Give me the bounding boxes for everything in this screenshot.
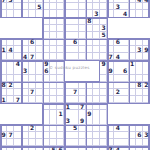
given-digit: 4: [21, 53, 28, 60]
given-digit: 7: [79, 103, 86, 110]
given-digit: 9: [107, 67, 114, 74]
given-digit: 6: [57, 146, 64, 150]
given-digit: 3: [7, 0, 14, 3]
given-digit: 1: [57, 110, 64, 117]
given-digit: 4: [121, 10, 128, 17]
given-digit: 3: [114, 3, 121, 10]
given-digit: 6: [71, 39, 78, 46]
given-digit: 9: [143, 46, 150, 53]
given-digit: 6: [29, 39, 36, 46]
given-digit: 5: [100, 32, 107, 39]
samurai-sudoku-screenshot: © sudoku puzzles 73445334835666143947744…: [0, 0, 150, 150]
given-digit: 8: [136, 82, 143, 89]
given-digit: 8: [0, 82, 7, 89]
given-digit: 4: [114, 53, 121, 60]
given-digit: 4: [14, 60, 21, 67]
given-digit: 9: [86, 110, 93, 117]
given-digit: 6: [136, 132, 143, 139]
given-digit: 1: [0, 96, 7, 103]
upper-left-notch: [0, 17, 43, 38]
given-digit: 7: [29, 53, 36, 60]
given-digit: 3: [64, 117, 71, 124]
samurai-sudoku-board: © sudoku puzzles 73445334835666143947744…: [0, 0, 150, 150]
given-digit: 5: [36, 3, 43, 10]
given-digit: 1: [64, 103, 71, 110]
given-digit: 3: [136, 46, 143, 53]
given-digit: 6: [121, 67, 128, 74]
given-digit: 3: [143, 132, 150, 139]
given-digit: 1: [0, 46, 7, 53]
given-digit: 3: [93, 10, 100, 17]
given-digit: 9: [100, 60, 107, 67]
given-digit: 7: [29, 89, 36, 96]
given-digit: 7: [71, 89, 78, 96]
given-digit: 2: [143, 82, 150, 89]
given-digit: 4: [7, 46, 14, 53]
given-digit: 1: [129, 60, 136, 67]
given-digit: 4: [143, 0, 150, 3]
given-digit: 4: [114, 125, 121, 132]
given-digit: 3: [107, 146, 114, 150]
given-digit: 7: [14, 96, 21, 103]
thick-horizontal-line: [0, 82, 150, 84]
upper-right-notch: [107, 17, 150, 38]
watermark-text: © sudoku puzzles: [49, 65, 90, 70]
given-digit: 2: [114, 89, 121, 96]
given-digit: 2: [29, 125, 36, 132]
given-digit: 6: [114, 39, 121, 46]
given-digit: 6: [43, 67, 50, 74]
given-digit: 5: [71, 125, 78, 132]
given-digit: 4: [114, 146, 121, 150]
given-digit: 3: [21, 67, 28, 74]
given-digit: 4: [136, 0, 143, 3]
given-digit: 8: [86, 17, 93, 24]
given-digit: 7: [107, 53, 114, 60]
given-digit: 2: [7, 82, 14, 89]
given-digit: 7: [7, 132, 14, 139]
thick-horizontal-line: [0, 146, 150, 148]
lower-right-notch: [107, 103, 150, 124]
center-notch: [64, 60, 100, 81]
given-digit: 5: [50, 146, 57, 150]
given-digit: 9: [79, 117, 86, 124]
given-digit: 7: [0, 0, 7, 3]
thick-vertical-line: [43, 0, 45, 150]
lower-left-notch: [0, 103, 43, 124]
given-digit: 9: [0, 132, 7, 139]
